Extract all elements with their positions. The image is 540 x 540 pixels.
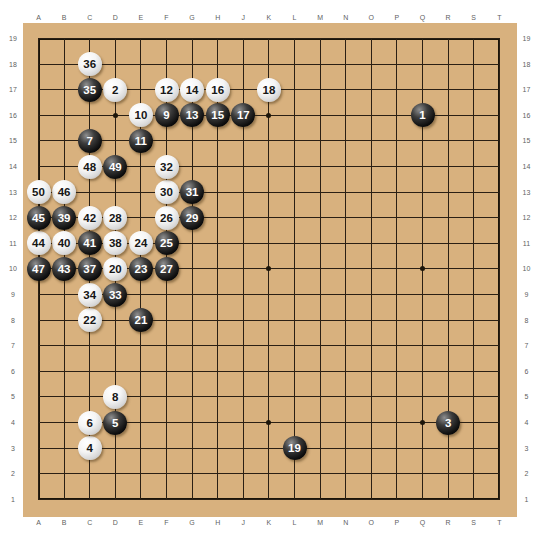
stone-white-22[interactable]: 22: [78, 308, 102, 332]
coordinate-label-col-top: H: [209, 13, 227, 22]
grid-line-vertical: [473, 38, 474, 500]
coordinate-label-row-left: 12: [4, 213, 22, 222]
coordinate-label-row-left: 4: [4, 418, 22, 427]
stone-white-34[interactable]: 34: [78, 283, 102, 307]
star-point: [420, 420, 425, 425]
stone-black-15[interactable]: 15: [206, 103, 230, 127]
stone-black-3[interactable]: 3: [436, 411, 460, 435]
coordinate-label-col-top: N: [337, 13, 355, 22]
coordinate-label-col-top: R: [439, 13, 457, 22]
coordinate-label-row-left: 16: [4, 111, 22, 120]
coordinate-label-col-bottom: A: [30, 518, 48, 527]
stone-white-48[interactable]: 48: [78, 155, 102, 179]
grid-line-vertical: [371, 38, 372, 500]
coordinate-label-col-bottom: C: [81, 518, 99, 527]
stone-white-32[interactable]: 32: [155, 155, 179, 179]
coordinate-label-row-right: 13: [518, 188, 536, 197]
stone-black-33[interactable]: 33: [103, 283, 127, 307]
stone-white-36[interactable]: 36: [78, 52, 102, 76]
grid-line-vertical: [345, 38, 346, 500]
stone-black-1[interactable]: 1: [411, 103, 435, 127]
coordinate-label-row-right: 14: [518, 162, 536, 171]
stone-black-31[interactable]: 31: [180, 180, 204, 204]
coordinate-label-col-bottom: H: [209, 518, 227, 527]
coordinate-label-row-left: 19: [4, 34, 22, 43]
coordinate-label-row-right: 12: [518, 213, 536, 222]
coordinate-label-row-left: 11: [4, 239, 22, 248]
coordinate-label-col-bottom: K: [260, 518, 278, 527]
coordinate-label-row-right: 11: [518, 239, 536, 248]
coordinate-label-row-right: 2: [518, 469, 536, 478]
coordinate-label-col-top: M: [311, 13, 329, 22]
grid-line-horizontal: [38, 448, 500, 449]
coordinate-label-row-right: 15: [518, 136, 536, 145]
coordinate-label-row-left: 14: [4, 162, 22, 171]
grid-line-horizontal: [38, 320, 500, 321]
coordinate-label-row-left: 15: [4, 136, 22, 145]
go-diagram-screen: 1234567891011121314151617181920212223242…: [0, 0, 540, 540]
coordinate-label-col-bottom: P: [388, 518, 406, 527]
coordinate-label-col-top: T: [490, 13, 508, 22]
coordinate-label-row-right: 1: [518, 495, 536, 504]
stone-black-37[interactable]: 37: [78, 257, 102, 281]
coordinate-label-row-right: 6: [518, 367, 536, 376]
coordinate-label-col-top: A: [30, 13, 48, 22]
coordinate-label-row-right: 8: [518, 316, 536, 325]
stone-white-2[interactable]: 2: [103, 78, 127, 102]
coordinate-label-col-top: Q: [414, 13, 432, 22]
coordinate-label-col-bottom: N: [337, 518, 355, 527]
stone-black-49[interactable]: 49: [103, 155, 127, 179]
stone-black-43[interactable]: 43: [52, 257, 76, 281]
grid-line-vertical: [294, 38, 295, 500]
coordinate-label-row-left: 17: [4, 85, 22, 94]
stone-black-5[interactable]: 5: [103, 411, 127, 435]
coordinate-label-col-bottom: G: [183, 518, 201, 527]
coordinate-label-row-right: 18: [518, 60, 536, 69]
stone-black-39[interactable]: 39: [52, 206, 76, 230]
stone-black-25[interactable]: 25: [155, 231, 179, 255]
coordinate-label-row-right: 3: [518, 444, 536, 453]
coordinate-label-row-left: 3: [4, 444, 22, 453]
coordinate-label-col-bottom: B: [55, 518, 73, 527]
stone-white-50[interactable]: 50: [27, 180, 51, 204]
stone-white-30[interactable]: 30: [155, 180, 179, 204]
coordinate-label-row-right: 10: [518, 264, 536, 273]
coordinate-label-row-right: 5: [518, 392, 536, 401]
stone-white-16[interactable]: 16: [206, 78, 230, 102]
stone-white-46[interactable]: 46: [52, 180, 76, 204]
coordinate-label-row-left: 5: [4, 392, 22, 401]
grid-line-horizontal: [38, 371, 500, 372]
stone-black-9[interactable]: 9: [155, 103, 179, 127]
stone-black-23[interactable]: 23: [129, 257, 153, 281]
coordinate-label-row-left: 13: [4, 188, 22, 197]
stone-white-28[interactable]: 28: [103, 206, 127, 230]
coordinate-label-col-bottom: M: [311, 518, 329, 527]
stone-white-26[interactable]: 26: [155, 206, 179, 230]
stone-white-42[interactable]: 42: [78, 206, 102, 230]
coordinate-label-col-bottom: F: [158, 518, 176, 527]
coordinate-label-col-bottom: Q: [414, 518, 432, 527]
coordinate-label-row-left: 10: [4, 264, 22, 273]
grid-line-vertical: [499, 38, 500, 500]
coordinate-label-row-left: 18: [4, 60, 22, 69]
grid-line-horizontal: [38, 473, 500, 474]
goban[interactable]: 1234567891011121314151617181920212223242…: [23, 23, 517, 517]
stone-black-35[interactable]: 35: [78, 78, 102, 102]
coordinate-label-col-bottom: T: [490, 518, 508, 527]
stone-black-29[interactable]: 29: [180, 206, 204, 230]
coordinate-label-col-bottom: L: [286, 518, 304, 527]
star-point: [113, 113, 118, 118]
coordinate-label-row-right: 4: [518, 418, 536, 427]
stone-black-19[interactable]: 19: [283, 436, 307, 460]
coordinate-label-row-left: 1: [4, 495, 22, 504]
grid-line-horizontal: [38, 499, 500, 500]
coordinate-label-row-left: 2: [4, 469, 22, 478]
coordinate-label-row-right: 7: [518, 341, 536, 350]
coordinate-label-col-bottom: O: [362, 518, 380, 527]
grid-line-vertical: [396, 38, 397, 500]
coordinate-label-row-right: 19: [518, 34, 536, 43]
stone-black-27[interactable]: 27: [155, 257, 179, 281]
coordinate-label-col-top: P: [388, 13, 406, 22]
coordinate-label-row-left: 7: [4, 341, 22, 350]
stone-white-18[interactable]: 18: [257, 78, 281, 102]
stone-white-4[interactable]: 4: [78, 436, 102, 460]
coordinate-label-row-left: 6: [4, 367, 22, 376]
stone-white-6[interactable]: 6: [78, 411, 102, 435]
coordinate-label-row-left: 8: [4, 316, 22, 325]
coordinate-label-col-top: O: [362, 13, 380, 22]
stone-black-45[interactable]: 45: [27, 206, 51, 230]
grid-line-horizontal: [38, 345, 500, 346]
coordinate-label-row-left: 9: [4, 290, 22, 299]
coordinate-label-col-bottom: J: [234, 518, 252, 527]
coordinate-label-col-top: G: [183, 13, 201, 22]
coordinate-label-row-right: 17: [518, 85, 536, 94]
coordinate-label-col-top: K: [260, 13, 278, 22]
grid-line-vertical: [320, 38, 321, 500]
coordinate-label-col-top: B: [55, 13, 73, 22]
stone-white-14[interactable]: 14: [180, 78, 204, 102]
coordinate-label-col-top: F: [158, 13, 176, 22]
coordinate-label-col-bottom: S: [465, 518, 483, 527]
coordinate-label-col-top: S: [465, 13, 483, 22]
coordinate-label-col-top: D: [106, 13, 124, 22]
coordinate-label-col-top: E: [132, 13, 150, 22]
stone-black-11[interactable]: 11: [129, 129, 153, 153]
coordinate-label-col-bottom: R: [439, 518, 457, 527]
coordinate-label-col-top: C: [81, 13, 99, 22]
coordinate-label-row-right: 16: [518, 111, 536, 120]
coordinate-label-col-bottom: D: [106, 518, 124, 527]
stone-white-12[interactable]: 12: [155, 78, 179, 102]
stone-white-44[interactable]: 44: [27, 231, 51, 255]
stone-black-7[interactable]: 7: [78, 129, 102, 153]
coordinate-label-col-bottom: E: [132, 518, 150, 527]
stone-black-21[interactable]: 21: [129, 308, 153, 332]
coordinate-label-col-top: L: [286, 13, 304, 22]
coordinate-label-col-top: J: [234, 13, 252, 22]
stone-black-47[interactable]: 47: [27, 257, 51, 281]
stone-black-41[interactable]: 41: [78, 231, 102, 255]
coordinate-label-row-right: 9: [518, 290, 536, 299]
